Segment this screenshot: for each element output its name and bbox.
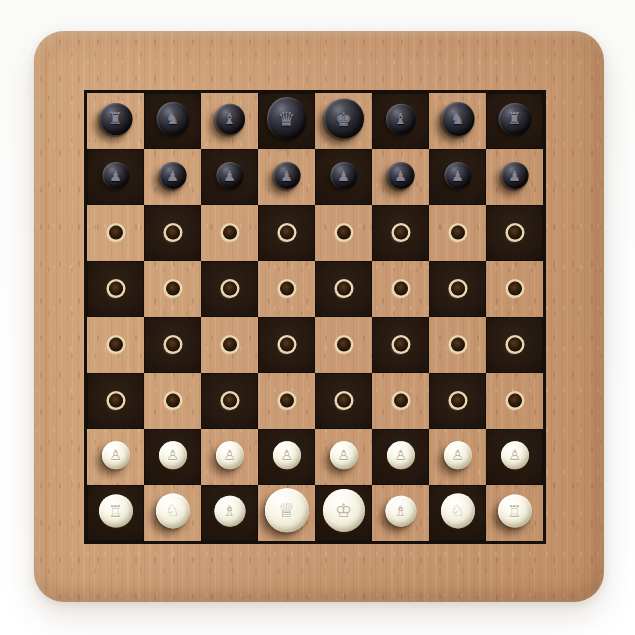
white-queen-glyph: ♕ [278, 500, 296, 520]
peg-hole [508, 282, 522, 296]
black-pawn-glyph: ♟ [223, 168, 236, 182]
black-pawn-glyph: ♟ [109, 168, 122, 182]
square-h7[interactable]: ♟ [486, 149, 543, 205]
black-rook[interactable]: ♜ [498, 103, 531, 135]
square-g2[interactable]: ♙ [429, 429, 486, 485]
square-d8[interactable]: ♛ [258, 93, 315, 149]
square-a1[interactable]: ♖ [87, 485, 144, 541]
peg-hole [223, 338, 237, 352]
square-d5[interactable] [258, 261, 315, 317]
black-pawn[interactable]: ♟ [330, 162, 357, 189]
peg-hole [451, 394, 465, 408]
peg-hole [451, 338, 465, 352]
white-pawn-glyph: ♙ [280, 448, 293, 462]
peg-hole [223, 394, 237, 408]
black-pawn[interactable]: ♟ [159, 162, 186, 189]
white-pawn[interactable]: ♙ [444, 441, 472, 469]
peg-hole [394, 394, 408, 408]
black-knight-glyph: ♞ [165, 111, 179, 127]
square-a6[interactable] [87, 205, 144, 261]
square-c1[interactable]: ♗ [201, 485, 258, 541]
square-e8[interactable]: ♚ [315, 93, 372, 149]
white-pawn[interactable]: ♙ [273, 441, 301, 469]
square-e1[interactable]: ♔ [315, 485, 372, 541]
black-rook[interactable]: ♜ [99, 103, 132, 135]
square-d3[interactable] [258, 373, 315, 429]
black-pawn-glyph: ♟ [337, 168, 350, 182]
peg-hole [223, 226, 237, 240]
white-bishop-glyph: ♗ [394, 504, 407, 519]
peg-hole [394, 338, 408, 352]
black-bishop-glyph: ♝ [223, 112, 236, 127]
white-king[interactable]: ♔ [323, 489, 365, 532]
white-pawn-glyph: ♙ [223, 448, 236, 462]
peg-hole [166, 282, 180, 296]
square-d1[interactable]: ♕ [258, 485, 315, 541]
black-pawn-glyph: ♟ [394, 168, 407, 182]
white-pawn[interactable]: ♙ [216, 441, 244, 469]
square-g7[interactable]: ♟ [429, 149, 486, 205]
square-a8[interactable]: ♜ [87, 93, 144, 149]
square-b8[interactable]: ♞ [144, 93, 201, 149]
square-e6[interactable] [315, 205, 372, 261]
black-pawn-glyph: ♟ [280, 168, 293, 182]
white-knight[interactable]: ♘ [156, 493, 190, 528]
white-king-glyph: ♔ [335, 501, 352, 520]
black-pawn-glyph: ♟ [451, 168, 464, 182]
square-b2[interactable]: ♙ [144, 429, 201, 485]
photo-background: ♜♞♝♛♚♝♞♜♟♟♟♟♟♟♟♟♙♙♙♙♙♙♙♙♖♘♗♕♔♗♘♖ [0, 0, 635, 635]
peg-hole [109, 394, 123, 408]
square-g5[interactable] [429, 261, 486, 317]
white-pawn-glyph: ♙ [508, 448, 521, 462]
peg-hole [394, 226, 408, 240]
black-pawn[interactable]: ♟ [444, 162, 471, 189]
square-e3[interactable] [315, 373, 372, 429]
white-pawn[interactable]: ♙ [159, 441, 187, 469]
peg-hole [337, 338, 351, 352]
black-pawn[interactable]: ♟ [102, 162, 129, 189]
square-e5[interactable] [315, 261, 372, 317]
square-a5[interactable] [87, 261, 144, 317]
peg-hole [109, 338, 123, 352]
peg-hole [280, 338, 294, 352]
square-h1[interactable]: ♖ [486, 485, 543, 541]
black-bishop-glyph: ♝ [394, 112, 407, 127]
peg-hole [223, 282, 237, 296]
square-a3[interactable] [87, 373, 144, 429]
black-queen-glyph: ♛ [278, 108, 296, 128]
peg-hole [394, 282, 408, 296]
square-a2[interactable]: ♙ [87, 429, 144, 485]
square-f5[interactable] [372, 261, 429, 317]
black-bishop[interactable]: ♝ [215, 104, 245, 135]
square-b4[interactable] [144, 317, 201, 373]
square-c2[interactable]: ♙ [201, 429, 258, 485]
black-pawn-glyph: ♟ [508, 168, 521, 182]
peg-hole [451, 226, 465, 240]
peg-hole [337, 226, 351, 240]
square-c3[interactable] [201, 373, 258, 429]
square-h3[interactable] [486, 373, 543, 429]
white-knight[interactable]: ♘ [441, 493, 475, 528]
white-bishop-glyph: ♗ [223, 504, 236, 519]
square-c4[interactable] [201, 317, 258, 373]
white-pawn[interactable]: ♙ [387, 441, 415, 469]
peg-hole [280, 282, 294, 296]
square-h5[interactable] [486, 261, 543, 317]
square-b1[interactable]: ♘ [144, 485, 201, 541]
square-b5[interactable] [144, 261, 201, 317]
peg-hole [508, 394, 522, 408]
white-pawn[interactable]: ♙ [501, 441, 529, 469]
peg-hole [166, 226, 180, 240]
white-pawn-glyph: ♙ [109, 448, 122, 462]
square-f7[interactable]: ♟ [372, 149, 429, 205]
white-pawn-glyph: ♙ [451, 448, 464, 462]
black-knight-glyph: ♞ [450, 111, 464, 127]
black-bishop[interactable]: ♝ [386, 104, 416, 135]
square-f6[interactable] [372, 205, 429, 261]
square-d7[interactable]: ♟ [258, 149, 315, 205]
square-h2[interactable]: ♙ [486, 429, 543, 485]
peg-hole [508, 338, 522, 352]
black-rook-glyph: ♜ [507, 111, 521, 127]
square-a7[interactable]: ♟ [87, 149, 144, 205]
black-pawn-glyph: ♟ [166, 168, 179, 182]
square-f3[interactable] [372, 373, 429, 429]
square-d4[interactable] [258, 317, 315, 373]
square-f4[interactable] [372, 317, 429, 373]
peg-hole [109, 226, 123, 240]
white-bishop[interactable]: ♗ [214, 496, 245, 527]
square-a4[interactable] [87, 317, 144, 373]
white-rook-glyph: ♖ [108, 503, 122, 519]
square-h6[interactable] [486, 205, 543, 261]
square-f1[interactable]: ♗ [372, 485, 429, 541]
square-c5[interactable] [201, 261, 258, 317]
square-f8[interactable]: ♝ [372, 93, 429, 149]
peg-hole [451, 282, 465, 296]
square-d2[interactable]: ♙ [258, 429, 315, 485]
peg-hole [280, 226, 294, 240]
black-pawn[interactable]: ♟ [387, 162, 414, 189]
white-pawn[interactable]: ♙ [102, 441, 130, 469]
black-queen[interactable]: ♛ [267, 97, 307, 140]
white-knight-glyph: ♘ [165, 503, 179, 519]
square-b7[interactable]: ♟ [144, 149, 201, 205]
white-knight-glyph: ♘ [450, 503, 464, 519]
white-rook[interactable]: ♖ [498, 495, 532, 528]
square-g8[interactable]: ♞ [429, 93, 486, 149]
peg-hole [280, 394, 294, 408]
square-d6[interactable] [258, 205, 315, 261]
square-e7[interactable]: ♟ [315, 149, 372, 205]
black-knight[interactable]: ♞ [441, 102, 474, 136]
black-pawn[interactable]: ♟ [216, 162, 243, 189]
square-g6[interactable] [429, 205, 486, 261]
black-pawn[interactable]: ♟ [501, 162, 528, 189]
white-rook-glyph: ♖ [507, 503, 521, 519]
black-knight[interactable]: ♞ [156, 102, 189, 136]
peg-hole [337, 282, 351, 296]
white-pawn-glyph: ♙ [166, 448, 179, 462]
peg-hole [166, 394, 180, 408]
peg-hole [109, 282, 123, 296]
wooden-board: ♜♞♝♛♚♝♞♜♟♟♟♟♟♟♟♟♙♙♙♙♙♙♙♙♖♘♗♕♔♗♘♖ [34, 31, 604, 602]
black-pawn[interactable]: ♟ [273, 162, 300, 189]
peg-hole [166, 338, 180, 352]
square-h8[interactable]: ♜ [486, 93, 543, 149]
chess-board: ♜♞♝♛♚♝♞♜♟♟♟♟♟♟♟♟♙♙♙♙♙♙♙♙♖♘♗♕♔♗♘♖ [84, 90, 546, 544]
square-h4[interactable] [486, 317, 543, 373]
black-king-glyph: ♚ [335, 109, 352, 128]
square-g1[interactable]: ♘ [429, 485, 486, 541]
square-e4[interactable] [315, 317, 372, 373]
square-b6[interactable] [144, 205, 201, 261]
black-rook-glyph: ♜ [108, 111, 122, 127]
white-queen[interactable]: ♕ [265, 488, 309, 532]
square-c6[interactable] [201, 205, 258, 261]
white-pawn-glyph: ♙ [394, 448, 407, 462]
peg-hole [508, 226, 522, 240]
square-b3[interactable] [144, 373, 201, 429]
white-pawn[interactable]: ♙ [330, 441, 358, 469]
square-f2[interactable]: ♙ [372, 429, 429, 485]
square-g3[interactable] [429, 373, 486, 429]
square-g4[interactable] [429, 317, 486, 373]
square-e2[interactable]: ♙ [315, 429, 372, 485]
white-pawn-glyph: ♙ [337, 448, 350, 462]
peg-hole [337, 394, 351, 408]
white-bishop[interactable]: ♗ [385, 496, 416, 527]
square-c8[interactable]: ♝ [201, 93, 258, 149]
square-c7[interactable]: ♟ [201, 149, 258, 205]
white-rook[interactable]: ♖ [99, 495, 133, 528]
black-king[interactable]: ♚ [324, 99, 364, 139]
